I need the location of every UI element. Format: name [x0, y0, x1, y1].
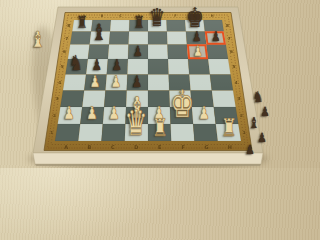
piece-white-pawn-c4[interactable]: ♟: [111, 74, 121, 90]
captured-white-bishop: ♝: [30, 29, 45, 51]
board-frame-bottom-edge: [35, 164, 261, 166]
piece-black-bishop-b7[interactable]: ♝: [92, 21, 107, 44]
piece-white-king-f2[interactable]: ♚: [170, 86, 194, 123]
rank-label-left-4: 4: [58, 80, 61, 85]
captured-black-pawn: ♟: [260, 105, 269, 118]
piece-white-rook-h1[interactable]: ♜: [221, 116, 237, 140]
captured-black-pawn: ♟: [245, 143, 254, 156]
piece-white-pawn-c2[interactable]: ♟: [109, 105, 120, 123]
file-label-bottom-A: A: [64, 144, 68, 150]
rank-label-right-4: 4: [235, 80, 238, 85]
piece-black-queen-e8[interactable]: ♛: [149, 7, 165, 32]
rank-label-left-5: 5: [61, 64, 64, 69]
piece-white-pawn-a2[interactable]: ♟: [64, 105, 75, 123]
captured-black-pawn: ♟: [257, 131, 266, 144]
rank-label-right-8: 8: [226, 23, 229, 28]
file-label-bottom-C: C: [111, 144, 115, 150]
piece-black-pawn-d6[interactable]: ♟: [133, 44, 142, 58]
rank-label-left-8: 8: [67, 23, 70, 28]
captured-black-bishop: ♝: [249, 116, 259, 131]
rank-label-left-1: 1: [50, 130, 53, 135]
piece-white-pawn-g6[interactable]: ♟: [193, 44, 202, 58]
rank-label-right-2: 2: [240, 113, 243, 118]
piece-white-pawn-b4[interactable]: ♟: [90, 74, 100, 90]
piece-black-pawn-d4[interactable]: ♟: [132, 74, 142, 90]
piece-black-rook-a8[interactable]: ♜: [76, 14, 87, 31]
rank-label-right-1: 1: [243, 130, 246, 135]
piece-black-pawn-h7[interactable]: ♟: [212, 30, 221, 44]
file-label-bottom-E: E: [158, 144, 162, 150]
rank-label-left-6: 6: [63, 49, 66, 54]
file-label-bottom-D: D: [134, 144, 138, 150]
file-label-top-B: B: [101, 14, 104, 18]
rank-label-left-7: 7: [65, 36, 68, 41]
rank-label-right-3: 3: [237, 96, 240, 101]
file-label-bottom-F: F: [181, 144, 184, 150]
rank-label-right-7: 7: [228, 36, 231, 41]
board-frame-front: [33, 153, 263, 164]
piece-white-queen-d1[interactable]: ♛: [125, 105, 148, 141]
rank-label-right-5: 5: [232, 64, 235, 69]
piece-black-rook-d8[interactable]: ♜: [133, 14, 144, 31]
rank-label-left-2: 2: [53, 113, 56, 118]
rank-label-left-3: 3: [56, 96, 59, 101]
chess-scene: AABBCCDDEEFFGGHH8877665544332211 ♜♜♛♚♝♟♟…: [0, 0, 300, 168]
rank-label-right-6: 6: [230, 49, 233, 54]
piece-white-rook-e1[interactable]: ♜: [152, 116, 168, 140]
file-label-bottom-B: B: [88, 144, 92, 150]
file-label-bottom-G: G: [204, 144, 208, 150]
file-label-bottom-H: H: [228, 144, 232, 150]
file-label-top-H: H: [211, 14, 214, 18]
piece-white-pawn-g2[interactable]: ♟: [199, 105, 210, 123]
piece-white-pawn-b2[interactable]: ♟: [86, 105, 97, 123]
piece-black-pawn-g7[interactable]: ♟: [192, 30, 201, 44]
piece-black-knight-a5[interactable]: ♞: [69, 53, 82, 74]
captured-black-knight: ♞: [253, 90, 263, 105]
